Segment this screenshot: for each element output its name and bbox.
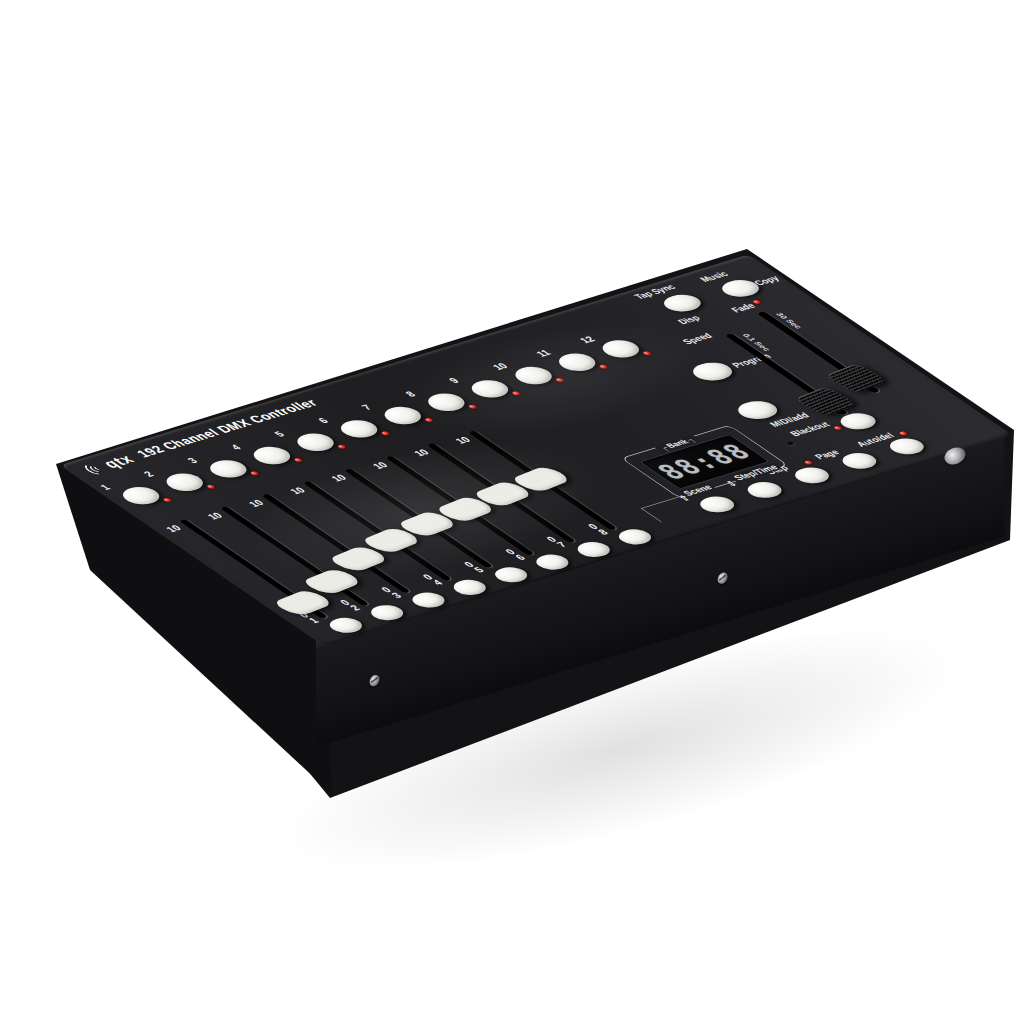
music-label: Music [698, 270, 730, 283]
fixture-led [642, 351, 654, 357]
fader-scale-max: 10 [205, 511, 225, 521]
fixture-led [598, 364, 610, 370]
scene-button-6[interactable] [530, 552, 575, 573]
page-button[interactable] [836, 450, 883, 472]
step-button[interactable] [789, 465, 836, 487]
fader-scale-max: 10 [412, 448, 432, 458]
auto-del-led [898, 431, 910, 437]
scene-button-7[interactable] [571, 539, 616, 560]
scene-label: 1 [307, 617, 321, 625]
bank-up-button[interactable] [694, 494, 741, 516]
scene-button-4[interactable] [447, 577, 492, 598]
speed-label: Speed [681, 332, 715, 346]
page-label: Page [813, 449, 842, 461]
blackout-led [832, 425, 844, 431]
fixture-led [206, 484, 218, 490]
fixture-led [511, 391, 523, 397]
scene-button-8[interactable] [613, 526, 658, 547]
fixture-led [249, 471, 261, 477]
bank-down-button[interactable] [741, 479, 788, 501]
fixture-led [293, 457, 305, 463]
fixture-led [554, 377, 566, 383]
scene-guide-line [641, 496, 680, 508]
fixture-led [380, 431, 392, 437]
scene-guide-line [641, 508, 662, 522]
fixture-button-1[interactable] [116, 484, 167, 508]
fader-scale-max: 10 [246, 499, 266, 509]
fader-scale-max: 10 [288, 486, 308, 496]
fixture-led [336, 444, 348, 450]
screw-icon [718, 571, 728, 585]
step-led [803, 460, 815, 466]
fader-scale-max: 10 [453, 436, 473, 446]
blackout-label: Blackout [788, 421, 832, 438]
product-photo: qtx 192 Channel DMX Controller 1 2 3 4 5… [0, 0, 1024, 1024]
scene-button-5[interactable] [489, 564, 534, 585]
fader-scale-max: 10 [370, 461, 390, 471]
tap-sync-button[interactable] [657, 292, 708, 315]
screw-icon [370, 674, 380, 688]
fade-label: Fade [729, 302, 757, 314]
fixture-label: 1 [98, 483, 112, 491]
fixture-led [424, 417, 436, 423]
indicator-hole [787, 441, 795, 445]
fixture-led [467, 404, 479, 410]
scene-button-2[interactable] [365, 602, 410, 623]
scene-button-1[interactable] [324, 615, 369, 636]
scene-button-3[interactable] [406, 590, 451, 611]
disp-label: Disp [676, 314, 703, 325]
fader-scale-max: 10 [164, 524, 184, 534]
fixture-led [162, 497, 174, 503]
fader-scale-max: 10 [329, 473, 349, 483]
